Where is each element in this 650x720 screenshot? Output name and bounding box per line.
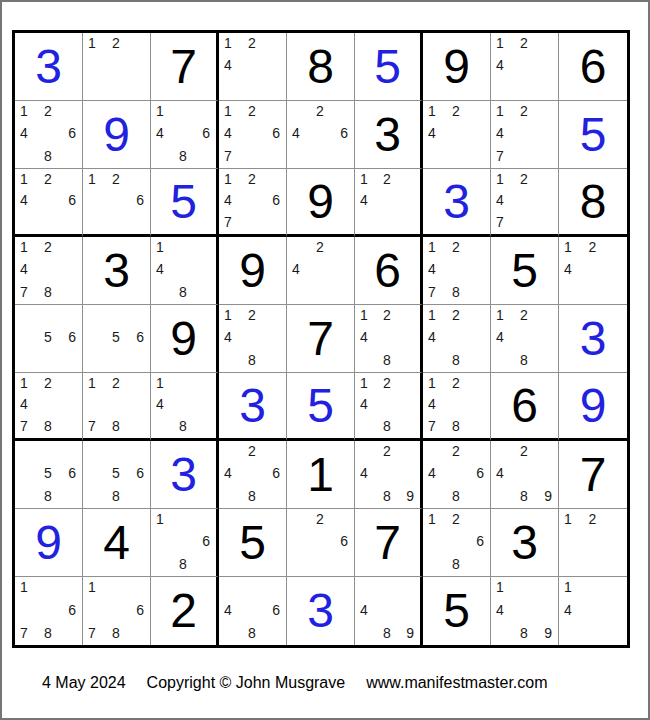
pencil-mark-2: 2 <box>112 172 120 187</box>
cell-r1c6[interactable]: 5 <box>355 33 423 101</box>
pencil-mark-8: 8 <box>112 489 120 504</box>
given-digit: 7 <box>355 509 420 576</box>
footer: 4 May 2024 Copyright © John Musgrave www… <box>42 674 548 692</box>
cell-r8c1[interactable]: 9 <box>15 509 83 577</box>
cell-r3c1[interactable]: 1246 <box>15 169 83 237</box>
cell-r8c3[interactable]: 168 <box>151 509 219 577</box>
puzzle-page: 3127124859124612468914681246724631241247… <box>0 0 650 720</box>
pencil-mark-7: 7 <box>224 149 232 164</box>
pencil-mark-4: 4 <box>564 262 572 277</box>
pencil-mark-8: 8 <box>520 353 528 368</box>
cell-r8c7[interactable]: 1268 <box>423 509 491 577</box>
cell-r4c4[interactable]: 9 <box>219 237 287 305</box>
pencil-mark-2: 2 <box>383 172 391 187</box>
cell-r6c3[interactable]: 148 <box>151 373 219 441</box>
cell-r4c1[interactable]: 12478 <box>15 237 83 305</box>
pencil-marks: 1248 <box>219 305 286 372</box>
pencil-mark-4: 4 <box>20 126 28 141</box>
cell-r6c5[interactable]: 5 <box>287 373 355 441</box>
cell-r7c1[interactable]: 568 <box>15 441 83 509</box>
cell-r1c3[interactable]: 7 <box>151 33 219 101</box>
pencil-marks: 2468 <box>219 441 286 508</box>
pencil-marks: 12 <box>83 33 150 100</box>
pencil-mark-6: 6 <box>68 466 76 481</box>
pencil-marks: 12478 <box>15 373 82 438</box>
pencil-mark-5: 5 <box>44 466 52 481</box>
pencil-mark-7: 7 <box>88 626 96 641</box>
cell-r1c9[interactable]: 6 <box>559 33 627 101</box>
pencil-mark-1: 1 <box>20 580 28 595</box>
pencil-mark-4: 4 <box>20 397 28 412</box>
given-digit: 9 <box>287 169 354 234</box>
cell-r9c4[interactable]: 468 <box>219 577 287 645</box>
pencil-mark-8: 8 <box>452 489 460 504</box>
cell-r4c8[interactable]: 5 <box>491 237 559 305</box>
pencil-mark-5: 5 <box>112 466 120 481</box>
pencil-mark-4: 4 <box>224 603 232 618</box>
pencil-mark-1: 1 <box>428 104 436 119</box>
cell-r3c9[interactable]: 8 <box>559 169 627 237</box>
pencil-marks: 489 <box>355 577 420 645</box>
pencil-mark-7: 7 <box>496 149 504 164</box>
pencil-marks: 24 <box>287 237 354 304</box>
cell-r7c7[interactable]: 2468 <box>423 441 491 509</box>
pencil-mark-4: 4 <box>496 603 504 618</box>
cell-r2c2[interactable]: 9 <box>83 101 151 169</box>
pencil-mark-2: 2 <box>44 240 52 255</box>
pencil-mark-1: 1 <box>156 240 164 255</box>
pencil-marks: 1278 <box>83 373 150 438</box>
pencil-mark-4: 4 <box>224 466 232 481</box>
pencil-mark-2: 2 <box>248 308 256 323</box>
pencil-marks: 2489 <box>491 441 558 508</box>
pencil-mark-6: 6 <box>68 330 76 345</box>
pencil-mark-4: 4 <box>224 126 232 141</box>
pencil-mark-4: 4 <box>428 466 436 481</box>
pencil-marks: 1247 <box>491 101 558 168</box>
pencil-mark-2: 2 <box>383 444 391 459</box>
pencil-mark-1: 1 <box>360 376 368 391</box>
pencil-mark-6: 6 <box>476 466 484 481</box>
pencil-mark-4: 4 <box>496 58 504 73</box>
pencil-mark-6: 6 <box>272 466 280 481</box>
cell-r9c5[interactable]: 3 <box>287 577 355 645</box>
cell-r4c5[interactable]: 24 <box>287 237 355 305</box>
pencil-marks: 12 <box>559 509 627 576</box>
cell-r8c5[interactable]: 26 <box>287 509 355 577</box>
pencil-marks: 14 <box>559 577 627 645</box>
pencil-mark-1: 1 <box>156 512 164 527</box>
given-digit: 7 <box>151 33 216 100</box>
pencil-mark-1: 1 <box>496 172 504 187</box>
pencil-mark-1: 1 <box>496 104 504 119</box>
pencil-mark-4: 4 <box>496 126 504 141</box>
pencil-mark-8: 8 <box>248 353 256 368</box>
cell-r2c8[interactable]: 1247 <box>491 101 559 169</box>
cell-r2c1[interactable]: 12468 <box>15 101 83 169</box>
pencil-mark-2: 2 <box>520 172 528 187</box>
pencil-mark-2: 2 <box>248 444 256 459</box>
cell-r4c3[interactable]: 148 <box>151 237 219 305</box>
cell-r6c4[interactable]: 3 <box>219 373 287 441</box>
cell-r9c3[interactable]: 2 <box>151 577 219 645</box>
cell-r3c2[interactable]: 126 <box>83 169 151 237</box>
pencil-mark-1: 1 <box>88 36 96 51</box>
cell-r2c6[interactable]: 3 <box>355 101 423 169</box>
pencil-mark-1: 1 <box>496 308 504 323</box>
pencil-mark-2: 2 <box>316 240 324 255</box>
pencil-mark-6: 6 <box>272 603 280 618</box>
pencil-marks: 468 <box>219 577 286 645</box>
pencil-mark-2: 2 <box>452 376 460 391</box>
pencil-mark-1: 1 <box>88 172 96 187</box>
cell-r5c4[interactable]: 1248 <box>219 305 287 373</box>
cell-r8c6[interactable]: 7 <box>355 509 423 577</box>
footer-website: www.manifestmaster.com <box>366 674 547 692</box>
entered-digit: 3 <box>287 577 354 645</box>
entered-digit: 9 <box>15 509 82 576</box>
pencil-mark-6: 6 <box>476 534 484 549</box>
pencil-mark-7: 7 <box>428 419 436 434</box>
pencil-mark-4: 4 <box>156 397 164 412</box>
given-digit: 9 <box>219 237 286 304</box>
cell-r6c7[interactable]: 12478 <box>423 373 491 441</box>
cell-r3c3[interactable]: 5 <box>151 169 219 237</box>
pencil-mark-1: 1 <box>224 308 232 323</box>
pencil-mark-1: 1 <box>20 240 28 255</box>
given-digit: 9 <box>423 33 490 100</box>
pencil-mark-2: 2 <box>112 376 120 391</box>
given-digit: 2 <box>151 577 216 645</box>
pencil-mark-8: 8 <box>383 489 391 504</box>
cell-r5c7[interactable]: 1248 <box>423 305 491 373</box>
cell-r7c5[interactable]: 1 <box>287 441 355 509</box>
cell-r7c4[interactable]: 2468 <box>219 441 287 509</box>
cell-r7c8[interactable]: 2489 <box>491 441 559 509</box>
pencil-mark-1: 1 <box>428 512 436 527</box>
footer-copyright: Copyright © John Musgrave <box>147 674 346 692</box>
entered-digit: 5 <box>355 33 420 100</box>
pencil-mark-1: 1 <box>428 240 436 255</box>
pencil-mark-2: 2 <box>44 104 52 119</box>
pencil-marks: 1248 <box>355 373 420 438</box>
cell-r4c6[interactable]: 6 <box>355 237 423 305</box>
pencil-mark-2: 2 <box>383 376 391 391</box>
pencil-mark-6: 6 <box>340 126 348 141</box>
cell-r2c9[interactable]: 5 <box>559 101 627 169</box>
pencil-mark-9: 9 <box>544 489 552 504</box>
pencil-mark-1: 1 <box>360 308 368 323</box>
pencil-mark-1: 1 <box>156 104 164 119</box>
pencil-mark-4: 4 <box>428 330 436 345</box>
pencil-mark-4: 4 <box>360 330 368 345</box>
pencil-mark-2: 2 <box>520 444 528 459</box>
cell-r2c4[interactable]: 12467 <box>219 101 287 169</box>
pencil-mark-2: 2 <box>452 104 460 119</box>
entered-digit: 5 <box>559 101 627 168</box>
pencil-mark-6: 6 <box>202 126 210 141</box>
pencil-marks: 124 <box>559 237 627 304</box>
cell-r8c8[interactable]: 3 <box>491 509 559 577</box>
cell-r7c9[interactable]: 7 <box>559 441 627 509</box>
pencil-marks: 1268 <box>423 509 490 576</box>
pencil-mark-4: 4 <box>496 193 504 208</box>
pencil-marks: 1248 <box>423 305 490 372</box>
given-digit: 3 <box>491 509 558 576</box>
pencil-marks: 1248 <box>355 305 420 372</box>
cell-r8c9[interactable]: 12 <box>559 509 627 577</box>
cell-r6c8[interactable]: 6 <box>491 373 559 441</box>
pencil-mark-8: 8 <box>248 626 256 641</box>
pencil-mark-6: 6 <box>136 330 144 345</box>
pencil-mark-7: 7 <box>20 285 28 300</box>
pencil-mark-8: 8 <box>44 419 52 434</box>
pencil-mark-1: 1 <box>428 376 436 391</box>
cell-r5c8[interactable]: 1248 <box>491 305 559 373</box>
given-digit: 6 <box>355 237 420 304</box>
pencil-mark-2: 2 <box>589 512 597 527</box>
pencil-mark-9: 9 <box>544 626 552 641</box>
pencil-marks: 12467 <box>219 101 286 168</box>
pencil-mark-4: 4 <box>428 126 436 141</box>
cell-r1c7[interactable]: 9 <box>423 33 491 101</box>
pencil-mark-6: 6 <box>136 193 144 208</box>
given-digit: 3 <box>83 237 150 304</box>
pencil-mark-1: 1 <box>224 36 232 51</box>
pencil-mark-8: 8 <box>179 285 187 300</box>
pencil-marks: 56 <box>15 305 82 372</box>
pencil-mark-9: 9 <box>406 626 414 641</box>
pencil-mark-1: 1 <box>88 376 96 391</box>
pencil-mark-8: 8 <box>452 419 460 434</box>
given-digit: 5 <box>491 237 558 304</box>
cell-r9c8[interactable]: 1489 <box>491 577 559 645</box>
pencil-mark-8: 8 <box>179 419 187 434</box>
pencil-mark-1: 1 <box>224 172 232 187</box>
cell-r3c4[interactable]: 12467 <box>219 169 287 237</box>
pencil-mark-4: 4 <box>20 262 28 277</box>
cell-r2c5[interactable]: 246 <box>287 101 355 169</box>
pencil-mark-4: 4 <box>156 262 164 277</box>
entered-digit: 3 <box>219 373 286 438</box>
pencil-marks: 246 <box>287 101 354 168</box>
pencil-marks: 124 <box>219 33 286 100</box>
pencil-mark-4: 4 <box>360 603 368 618</box>
pencil-mark-1: 1 <box>88 580 96 595</box>
pencil-mark-6: 6 <box>272 126 280 141</box>
cell-r6c1[interactable]: 12478 <box>15 373 83 441</box>
cell-r3c8[interactable]: 1247 <box>491 169 559 237</box>
pencil-mark-1: 1 <box>20 172 28 187</box>
pencil-mark-6: 6 <box>68 603 76 618</box>
cell-r9c7[interactable]: 5 <box>423 577 491 645</box>
pencil-mark-4: 4 <box>496 466 504 481</box>
pencil-marks: 2468 <box>423 441 490 508</box>
pencil-mark-6: 6 <box>68 126 76 141</box>
cell-r3c7[interactable]: 3 <box>423 169 491 237</box>
cell-r3c5[interactable]: 9 <box>287 169 355 237</box>
pencil-mark-1: 1 <box>428 308 436 323</box>
pencil-mark-6: 6 <box>68 193 76 208</box>
pencil-mark-8: 8 <box>44 489 52 504</box>
pencil-mark-4: 4 <box>564 603 572 618</box>
pencil-mark-1: 1 <box>156 376 164 391</box>
pencil-mark-6: 6 <box>340 534 348 549</box>
cell-r8c4[interactable]: 5 <box>219 509 287 577</box>
cell-r1c2[interactable]: 12 <box>83 33 151 101</box>
cell-r5c3[interactable]: 9 <box>151 305 219 373</box>
pencil-mark-4: 4 <box>360 466 368 481</box>
cell-r5c5[interactable]: 7 <box>287 305 355 373</box>
cell-r8c2[interactable]: 4 <box>83 509 151 577</box>
pencil-mark-8: 8 <box>452 353 460 368</box>
pencil-mark-8: 8 <box>44 626 52 641</box>
pencil-mark-2: 2 <box>452 308 460 323</box>
entered-digit: 3 <box>15 33 82 100</box>
pencil-mark-5: 5 <box>44 330 52 345</box>
cell-r1c8[interactable]: 124 <box>491 33 559 101</box>
pencil-mark-4: 4 <box>20 193 28 208</box>
given-digit: 4 <box>83 509 150 576</box>
cell-r3c6[interactable]: 124 <box>355 169 423 237</box>
pencil-marks: 124 <box>423 101 490 168</box>
pencil-mark-8: 8 <box>44 285 52 300</box>
sudoku-board: 3127124859124612468914681246724631241247… <box>12 30 630 648</box>
cell-r5c6[interactable]: 1248 <box>355 305 423 373</box>
pencil-mark-8: 8 <box>383 419 391 434</box>
pencil-mark-2: 2 <box>452 444 460 459</box>
pencil-marks: 1468 <box>151 101 216 168</box>
pencil-marks: 12478 <box>15 237 82 304</box>
pencil-mark-4: 4 <box>292 262 300 277</box>
cell-r1c4[interactable]: 124 <box>219 33 287 101</box>
given-digit: 8 <box>559 169 627 234</box>
given-digit: 6 <box>491 373 558 438</box>
cell-r9c1[interactable]: 1678 <box>15 577 83 645</box>
pencil-mark-2: 2 <box>520 308 528 323</box>
pencil-marks: 148 <box>151 237 216 304</box>
pencil-mark-7: 7 <box>88 419 96 434</box>
footer-date: 4 May 2024 <box>42 674 126 692</box>
pencil-mark-4: 4 <box>292 126 300 141</box>
pencil-marks: 12468 <box>15 101 82 168</box>
pencil-marks: 168 <box>151 509 216 576</box>
pencil-marks: 12467 <box>219 169 286 234</box>
pencil-mark-2: 2 <box>44 172 52 187</box>
pencil-marks: 1248 <box>491 305 558 372</box>
cell-r7c3[interactable]: 3 <box>151 441 219 509</box>
given-digit: 1 <box>287 441 354 508</box>
pencil-mark-8: 8 <box>383 626 391 641</box>
pencil-mark-4: 4 <box>224 193 232 208</box>
cell-r9c9[interactable]: 14 <box>559 577 627 645</box>
entered-digit: 9 <box>83 101 150 168</box>
given-digit: 8 <box>287 33 354 100</box>
entered-digit: 3 <box>151 441 216 508</box>
pencil-mark-4: 4 <box>360 193 368 208</box>
pencil-mark-7: 7 <box>496 215 504 230</box>
cell-r4c9[interactable]: 124 <box>559 237 627 305</box>
given-digit: 5 <box>423 577 490 645</box>
pencil-mark-1: 1 <box>564 240 572 255</box>
pencil-marks: 12478 <box>423 373 490 438</box>
pencil-mark-8: 8 <box>179 149 187 164</box>
pencil-marks: 2489 <box>355 441 420 508</box>
pencil-mark-1: 1 <box>564 512 572 527</box>
pencil-mark-2: 2 <box>248 172 256 187</box>
cell-r2c3[interactable]: 1468 <box>151 101 219 169</box>
pencil-mark-4: 4 <box>224 330 232 345</box>
pencil-mark-8: 8 <box>44 149 52 164</box>
entered-digit: 9 <box>559 373 627 438</box>
given-digit: 5 <box>219 509 286 576</box>
pencil-mark-8: 8 <box>452 557 460 572</box>
cell-r9c6[interactable]: 489 <box>355 577 423 645</box>
cell-r6c2[interactable]: 1278 <box>83 373 151 441</box>
pencil-marks: 56 <box>83 305 150 372</box>
cell-r5c9[interactable]: 3 <box>559 305 627 373</box>
pencil-mark-8: 8 <box>112 419 120 434</box>
pencil-mark-7: 7 <box>224 215 232 230</box>
pencil-marks: 124 <box>491 33 558 100</box>
pencil-mark-7: 7 <box>20 419 28 434</box>
cell-r1c5[interactable]: 8 <box>287 33 355 101</box>
entered-digit: 3 <box>423 169 490 234</box>
cell-r2c7[interactable]: 124 <box>423 101 491 169</box>
cell-r5c2[interactable]: 56 <box>83 305 151 373</box>
pencil-marks: 568 <box>83 441 150 508</box>
cell-r4c2[interactable]: 3 <box>83 237 151 305</box>
cell-r9c2[interactable]: 1678 <box>83 577 151 645</box>
pencil-mark-8: 8 <box>452 285 460 300</box>
pencil-mark-1: 1 <box>224 104 232 119</box>
cell-r1c1[interactable]: 3 <box>15 33 83 101</box>
pencil-mark-6: 6 <box>136 466 144 481</box>
cell-r5c1[interactable]: 56 <box>15 305 83 373</box>
cell-r7c2[interactable]: 568 <box>83 441 151 509</box>
pencil-marks: 126 <box>83 169 150 234</box>
cell-r4c7[interactable]: 12478 <box>423 237 491 305</box>
cell-r6c6[interactable]: 1248 <box>355 373 423 441</box>
pencil-mark-6: 6 <box>272 193 280 208</box>
cell-r7c6[interactable]: 2489 <box>355 441 423 509</box>
given-digit: 7 <box>287 305 354 372</box>
entered-digit: 5 <box>151 169 216 234</box>
pencil-mark-5: 5 <box>112 330 120 345</box>
pencil-mark-8: 8 <box>520 626 528 641</box>
pencil-marks: 124 <box>355 169 420 234</box>
entered-digit: 5 <box>287 373 354 438</box>
pencil-mark-4: 4 <box>496 330 504 345</box>
pencil-mark-8: 8 <box>383 353 391 368</box>
pencil-mark-7: 7 <box>20 626 28 641</box>
given-digit: 3 <box>355 101 420 168</box>
pencil-marks: 1678 <box>15 577 82 645</box>
pencil-mark-2: 2 <box>520 36 528 51</box>
pencil-mark-4: 4 <box>428 397 436 412</box>
pencil-marks: 148 <box>151 373 216 438</box>
pencil-marks: 1246 <box>15 169 82 234</box>
pencil-mark-1: 1 <box>496 36 504 51</box>
pencil-mark-2: 2 <box>383 308 391 323</box>
pencil-mark-6: 6 <box>136 603 144 618</box>
pencil-marks: 1489 <box>491 577 558 645</box>
given-digit: 7 <box>559 441 627 508</box>
pencil-mark-8: 8 <box>248 489 256 504</box>
pencil-mark-8: 8 <box>112 626 120 641</box>
pencil-mark-4: 4 <box>224 58 232 73</box>
cell-r6c9[interactable]: 9 <box>559 373 627 441</box>
